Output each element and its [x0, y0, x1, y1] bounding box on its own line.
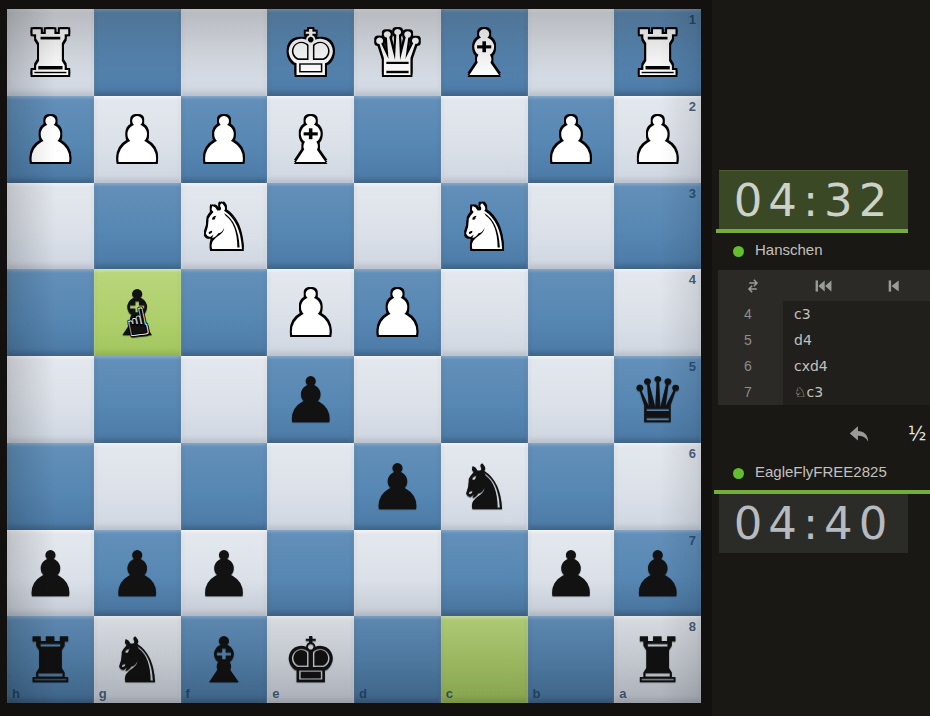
white-rook-h1: ♜ [7, 9, 94, 96]
go-previous-move-icon[interactable] [858, 277, 928, 295]
square-c6[interactable]: ♞ [441, 443, 528, 530]
square-g4[interactable]: ♝ [94, 269, 181, 356]
square-f8[interactable]: ♝f [181, 616, 268, 703]
square-f6[interactable] [181, 443, 268, 530]
draw-offer-button[interactable]: ½ [908, 422, 926, 444]
square-a6[interactable]: 6 [614, 443, 701, 530]
game-sidebar: 04:32 Hanschen [712, 0, 930, 716]
move-row-6: 6cxd4 [718, 353, 930, 379]
square-b2[interactable]: ♟ [528, 96, 615, 183]
square-d4[interactable]: ♟ [354, 269, 441, 356]
chess-board: ♜♚♛♝♜1♟♟♟♝♟♟2♞♞3♝♟♟4♟♛5♟♞6♟♟♟♟♟7♜h♞g♝f♚e… [7, 9, 701, 703]
top-clock-active-bar [716, 229, 908, 233]
online-status-dot [733, 468, 744, 479]
square-e4[interactable]: ♟ [267, 269, 354, 356]
white-pawn-d4: ♟ [354, 269, 441, 356]
white-rook-a1: ♜ [614, 9, 701, 96]
square-g7[interactable]: ♟ [94, 530, 181, 617]
bottom-player-name[interactable]: EagleFlyFREE2825 [755, 463, 887, 480]
black-pawn-g7: ♟ [94, 530, 181, 617]
file-label-f: f [186, 686, 190, 701]
square-c5[interactable] [441, 356, 528, 443]
white-queen-d1: ♛ [354, 9, 441, 96]
square-h4[interactable] [7, 269, 94, 356]
black-pawn-a7: ♟ [614, 530, 701, 617]
white-knight-f3: ♞ [181, 183, 268, 270]
black-rook-h8: ♜ [7, 616, 94, 703]
black-bishop-f8: ♝ [181, 616, 268, 703]
rank-label-5: 5 [689, 359, 696, 374]
rank-label-4: 4 [689, 272, 696, 287]
moves-panel: 4c35d46cxd47♘c3 [718, 270, 930, 405]
square-b6[interactable] [528, 443, 615, 530]
square-a8[interactable]: ♜8a [614, 616, 701, 703]
square-e3[interactable] [267, 183, 354, 270]
black-pawn-b7: ♟ [528, 530, 615, 617]
square-a2[interactable]: ♟2 [614, 96, 701, 183]
square-f4[interactable] [181, 269, 268, 356]
square-b5[interactable] [528, 356, 615, 443]
square-d1[interactable]: ♛ [354, 9, 441, 96]
square-g1[interactable] [94, 9, 181, 96]
square-e8[interactable]: ♚e [267, 616, 354, 703]
rank-label-7: 7 [689, 533, 696, 548]
square-e7[interactable] [267, 530, 354, 617]
white-pawn-g2: ♟ [94, 96, 181, 183]
black-rook-a8: ♜ [614, 616, 701, 703]
square-h3[interactable] [7, 183, 94, 270]
rank-label-2: 2 [689, 99, 696, 114]
square-f7[interactable]: ♟ [181, 530, 268, 617]
square-b1[interactable] [528, 9, 615, 96]
square-a1[interactable]: ♜1 [614, 9, 701, 96]
white-bishop-e2: ♝ [267, 96, 354, 183]
square-e6[interactable] [267, 443, 354, 530]
square-h2[interactable]: ♟ [7, 96, 94, 183]
black-bishop-g4: ♝ [94, 269, 181, 356]
square-c2[interactable] [441, 96, 528, 183]
move-number: 7 [718, 379, 783, 405]
square-c8[interactable]: c [441, 616, 528, 703]
square-b7[interactable]: ♟ [528, 530, 615, 617]
move-row-4: 4c3 [718, 301, 930, 327]
white-pawn-e4: ♟ [267, 269, 354, 356]
square-e5[interactable]: ♟ [267, 356, 354, 443]
square-d8[interactable]: d [354, 616, 441, 703]
square-c1[interactable]: ♝ [441, 9, 528, 96]
file-label-h: h [12, 686, 20, 701]
square-f1[interactable] [181, 9, 268, 96]
black-pawn-d6: ♟ [354, 443, 441, 530]
move-san[interactable]: d4 [783, 327, 930, 353]
file-label-a: a [619, 686, 626, 701]
takeback-undo-arrow-icon[interactable] [845, 422, 873, 452]
file-label-e: e [272, 686, 279, 701]
white-king-e1: ♚ [267, 9, 354, 96]
move-number: 4 [718, 301, 783, 327]
square-b3[interactable] [528, 183, 615, 270]
square-f3[interactable]: ♞ [181, 183, 268, 270]
white-pawn-a2: ♟ [614, 96, 701, 183]
file-label-g: g [99, 686, 107, 701]
bottom-player-clock: 04:40 [719, 494, 908, 553]
square-d2[interactable] [354, 96, 441, 183]
square-g2[interactable]: ♟ [94, 96, 181, 183]
top-player-clock: 04:32 [719, 170, 908, 230]
bottom-player-row[interactable]: EagleFlyFREE2825 [712, 460, 930, 486]
top-player-name[interactable]: Hanschen [755, 241, 823, 258]
black-queen-a5: ♛ [614, 356, 701, 443]
file-label-d: d [359, 686, 367, 701]
black-pawn-h7: ♟ [7, 530, 94, 617]
move-san[interactable]: ♘c3 [783, 379, 930, 405]
white-knight-c3: ♞ [441, 183, 528, 270]
file-label-c: c [446, 686, 453, 701]
chess-board-area: ♜♚♛♝♜1♟♟♟♝♟♟2♞♞3♝♟♟4♟♛5♟♞6♟♟♟♟♟7♜h♞g♝f♚e… [7, 9, 701, 703]
move-number: 5 [718, 327, 783, 353]
square-d6[interactable]: ♟ [354, 443, 441, 530]
move-san[interactable]: c3 [783, 301, 930, 327]
square-a3[interactable]: 3 [614, 183, 701, 270]
black-knight-g8: ♞ [94, 616, 181, 703]
square-c3[interactable]: ♞ [441, 183, 528, 270]
game-actions-row: ½ [712, 418, 930, 452]
online-status-dot [733, 246, 744, 257]
square-g8[interactable]: ♞g [94, 616, 181, 703]
rank-label-3: 3 [689, 186, 696, 201]
square-a5[interactable]: ♛5 [614, 356, 701, 443]
square-f5[interactable] [181, 356, 268, 443]
square-g5[interactable] [94, 356, 181, 443]
square-e2[interactable]: ♝ [267, 96, 354, 183]
square-f2[interactable]: ♟ [181, 96, 268, 183]
square-h6[interactable] [7, 443, 94, 530]
go-first-move-icon[interactable] [788, 277, 858, 295]
square-g6[interactable] [94, 443, 181, 530]
rank-label-1: 1 [689, 12, 696, 27]
black-pawn-e5: ♟ [267, 356, 354, 443]
black-knight-c6: ♞ [441, 443, 528, 530]
flip-board-icon[interactable] [718, 276, 788, 295]
square-c7[interactable] [441, 530, 528, 617]
square-g3[interactable] [94, 183, 181, 270]
move-nav-row [718, 270, 930, 301]
square-d7[interactable] [354, 530, 441, 617]
square-d5[interactable] [354, 356, 441, 443]
square-a4[interactable]: 4 [614, 269, 701, 356]
white-pawn-f2: ♟ [181, 96, 268, 183]
square-h8[interactable]: ♜h [7, 616, 94, 703]
rank-label-8: 8 [689, 619, 696, 634]
square-e1[interactable]: ♚ [267, 9, 354, 96]
move-san[interactable]: cxd4 [783, 353, 930, 379]
square-h7[interactable]: ♟ [7, 530, 94, 617]
square-c4[interactable] [441, 269, 528, 356]
move-row-5: 5d4 [718, 327, 930, 353]
square-a7[interactable]: ♟7 [614, 530, 701, 617]
square-h1[interactable]: ♜ [7, 9, 94, 96]
black-king-e8: ♚ [267, 616, 354, 703]
square-h5[interactable] [7, 356, 94, 443]
white-pawn-h2: ♟ [7, 96, 94, 183]
square-b4[interactable] [528, 269, 615, 356]
move-number: 6 [718, 353, 783, 379]
top-player-row[interactable]: Hanschen [712, 238, 930, 264]
white-bishop-c1: ♝ [441, 9, 528, 96]
file-label-b: b [533, 686, 541, 701]
white-pawn-b2: ♟ [528, 96, 615, 183]
square-d3[interactable] [354, 183, 441, 270]
rank-label-6: 6 [689, 446, 696, 461]
black-pawn-f7: ♟ [181, 530, 268, 617]
square-b8[interactable]: b [528, 616, 615, 703]
move-row-7: 7♘c3 [718, 379, 930, 405]
